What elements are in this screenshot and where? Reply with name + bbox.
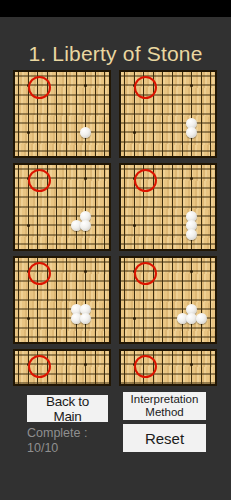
red-circle-marker [28,355,51,378]
complete-counter: Complete : 10/10 [27,426,87,456]
red-circle-marker [134,169,157,192]
red-circle-marker [134,355,157,378]
interpretation-method-button[interactable]: InterpretationMethod [123,392,206,420]
complete-label: Complete : [27,426,87,441]
red-circle-marker [28,262,51,285]
white-stone [80,220,91,231]
red-circle-marker [28,169,51,192]
page-title: 1. Liberty of Stone [0,42,231,65]
boards-grid [13,70,217,386]
go-board-4 [119,163,217,251]
interpretation-method-label-line1: Interpretation [131,393,199,406]
star-point [133,131,136,134]
go-board-8 [119,349,217,386]
star-point [133,224,136,227]
red-circle-marker [134,262,157,285]
star-point [27,317,30,320]
star-point [27,224,30,227]
go-board-5 [13,256,111,344]
go-board-7 [13,349,111,386]
white-stone [80,127,91,138]
interpretation-method-label-line2: Method [145,406,183,419]
white-stone [80,313,91,324]
go-board-6 [119,256,217,344]
go-board-2 [119,70,217,158]
back-to-main-button[interactable]: Back to Main [27,395,108,422]
complete-value: 10/10 [27,441,87,456]
white-stone [196,313,207,324]
go-board-1 [13,70,111,158]
go-board-3 [13,163,111,251]
status-bar [0,0,231,17]
star-point [27,131,30,134]
red-circle-marker [134,76,157,99]
white-stone [186,127,197,138]
red-circle-marker [28,76,51,99]
reset-button[interactable]: Reset [123,424,206,452]
star-point [133,317,136,320]
